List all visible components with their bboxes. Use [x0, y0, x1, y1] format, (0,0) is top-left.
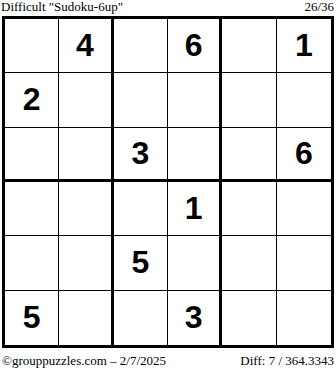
sudoku-board: 4612361553	[2, 16, 334, 348]
cell-r5c3[interactable]: 5	[114, 236, 168, 290]
cell-r6c3[interactable]	[114, 291, 168, 345]
cell-r6c6[interactable]	[277, 291, 331, 345]
cell-r4c1[interactable]	[5, 182, 59, 236]
cell-r6c1[interactable]: 5	[5, 291, 59, 345]
cell-r2c4[interactable]	[168, 73, 222, 127]
cell-r6c4[interactable]: 3	[168, 291, 222, 345]
cell-r5c6[interactable]	[277, 236, 331, 290]
cell-r2c1[interactable]: 2	[5, 73, 59, 127]
cell-r3c6[interactable]: 6	[277, 128, 331, 182]
cell-r6c2[interactable]	[59, 291, 113, 345]
cell-r4c3[interactable]	[114, 182, 168, 236]
cell-r2c5[interactable]	[222, 73, 276, 127]
cell-r6c5[interactable]	[222, 291, 276, 345]
cell-r3c4[interactable]	[168, 128, 222, 182]
cell-r1c4[interactable]: 6	[168, 19, 222, 73]
cell-r5c1[interactable]	[5, 236, 59, 290]
page-footer: ©grouppuzzles.com – 2/7/2025 Diff: 7 / 3…	[2, 352, 334, 368]
copyright-text: ©grouppuzzles.com – 2/7/2025	[2, 353, 166, 368]
cell-r2c3[interactable]	[114, 73, 168, 127]
puzzle-title: Difficult "Sudoku-6up"	[1, 0, 123, 14]
cell-r3c1[interactable]	[5, 128, 59, 182]
cell-r1c5[interactable]	[222, 19, 276, 73]
cell-r5c2[interactable]	[59, 236, 113, 290]
cell-r5c5[interactable]	[222, 236, 276, 290]
cell-r1c6[interactable]: 1	[277, 19, 331, 73]
cell-r1c2[interactable]: 4	[59, 19, 113, 73]
difficulty-value: Diff: 7 / 364.3343	[240, 353, 334, 368]
cell-r3c5[interactable]	[222, 128, 276, 182]
cell-r4c6[interactable]	[277, 182, 331, 236]
cell-r1c1[interactable]	[5, 19, 59, 73]
cell-r3c3[interactable]: 3	[114, 128, 168, 182]
cell-r4c4[interactable]: 1	[168, 182, 222, 236]
cell-r5c4[interactable]	[168, 236, 222, 290]
cell-r4c2[interactable]	[59, 182, 113, 236]
cell-r2c2[interactable]	[59, 73, 113, 127]
page-number: 26/36	[304, 0, 334, 14]
cell-r2c6[interactable]	[277, 73, 331, 127]
cell-r1c3[interactable]	[114, 19, 168, 73]
page-header: Difficult "Sudoku-6up" 26/36	[1, 0, 334, 15]
cell-r3c2[interactable]	[59, 128, 113, 182]
cell-r4c5[interactable]	[222, 182, 276, 236]
